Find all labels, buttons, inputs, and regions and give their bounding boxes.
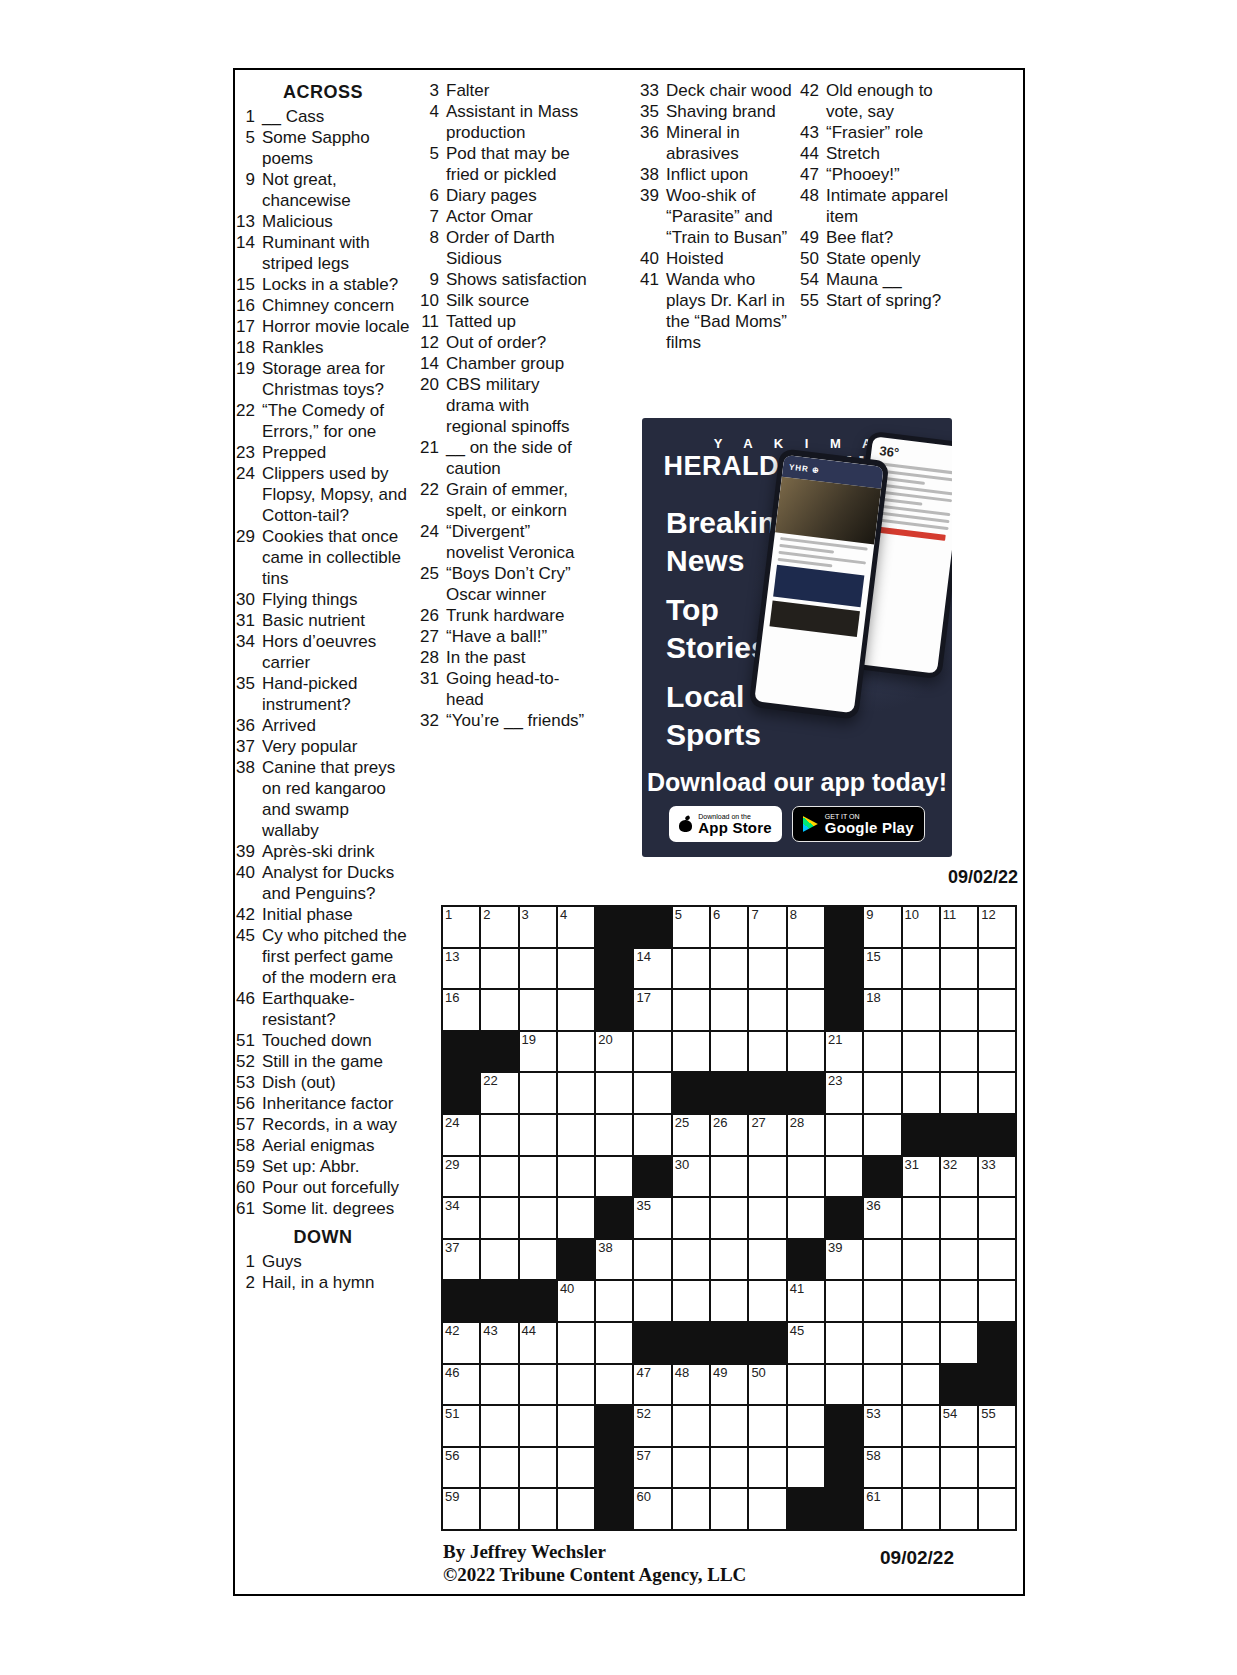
cell-number: 54 [943, 1407, 957, 1420]
grid-cell[interactable] [558, 1448, 594, 1488]
grid-cell[interactable]: 7 [749, 907, 785, 947]
grid-cell[interactable] [903, 1406, 939, 1446]
grid-cell[interactable] [941, 949, 977, 989]
grid-cell[interactable]: 49 [711, 1365, 747, 1405]
grid-cell[interactable] [788, 1198, 824, 1238]
clue-number: 37 [236, 736, 262, 757]
grid-cell[interactable]: 44 [520, 1323, 556, 1363]
grid-cell[interactable] [711, 1198, 747, 1238]
clue-number: 29 [236, 526, 262, 547]
clue-text: Dish (out) [262, 1072, 410, 1093]
google-play-badge[interactable]: GET IT ON Google Play [792, 806, 925, 842]
grid-cell[interactable] [941, 1323, 977, 1363]
cell-number: 10 [905, 908, 919, 921]
clue-number: 22 [236, 400, 262, 421]
grid-cell[interactable] [481, 1157, 517, 1197]
grid-cell[interactable]: 39 [826, 1240, 862, 1280]
grid-cell[interactable]: 33 [979, 1157, 1015, 1197]
clue-text: Still in the game [262, 1051, 410, 1072]
down-clues-col3: 33Deck chair wood35Shaving brand36Minera… [640, 80, 796, 353]
clue-text: Some lit. degrees [262, 1198, 410, 1219]
grid-cell[interactable]: 51 [443, 1406, 479, 1446]
grid-cell[interactable]: 25 [673, 1115, 709, 1155]
clue: 40Analyst for Ducks and Penguins? [236, 862, 410, 904]
grid-cell[interactable] [520, 1073, 556, 1113]
grid-cell[interactable] [788, 949, 824, 989]
grid-cell[interactable] [711, 1448, 747, 1488]
grid-cell[interactable] [941, 1489, 977, 1529]
grid-cell[interactable] [903, 1281, 939, 1321]
grid-cell[interactable]: 26 [711, 1115, 747, 1155]
clue-number: 9 [236, 169, 262, 190]
grid-cell[interactable] [903, 1198, 939, 1238]
grid-cell[interactable] [520, 1489, 556, 1529]
grid-cell[interactable] [481, 990, 517, 1030]
grid-cell[interactable] [520, 1448, 556, 1488]
grid-cell[interactable] [749, 1032, 785, 1072]
clue-text: Rankles [262, 337, 410, 358]
grid-cell[interactable]: 43 [481, 1323, 517, 1363]
puzzle-date-top: 09/02/22 [441, 867, 1018, 888]
grid-cell[interactable]: 56 [443, 1448, 479, 1488]
grid-cell[interactable]: 15 [864, 949, 900, 989]
clue: 2Hail, in a hymn [236, 1272, 410, 1293]
grid-cell[interactable]: 3 [520, 907, 556, 947]
clue-text: CBS military drama with regional spinoff… [446, 374, 592, 437]
grid-cell[interactable] [673, 1281, 709, 1321]
grid-cell[interactable] [979, 1281, 1015, 1321]
grid-cell[interactable]: 16 [443, 990, 479, 1030]
grid-cell[interactable] [864, 1073, 900, 1113]
grid-cell[interactable]: 29 [443, 1157, 479, 1197]
cell-number: 21 [828, 1033, 842, 1046]
clue: 55Start of spring? [800, 290, 966, 311]
clue-text: Tatted up [446, 311, 592, 332]
grid-cell[interactable] [941, 1240, 977, 1280]
newspaper-app-ad: Y A K I M A HERALD-REPUBLIC Breaking New… [642, 418, 952, 857]
clue-number: 25 [420, 563, 446, 584]
clue: 34Hors d’oeuvres carrier [236, 631, 410, 673]
black-cell [749, 1323, 785, 1363]
cell-number: 48 [675, 1366, 689, 1379]
grid-cell[interactable] [673, 1240, 709, 1280]
cell-number: 32 [943, 1158, 957, 1171]
grid-cell[interactable] [941, 1198, 977, 1238]
grid-cell[interactable] [903, 1489, 939, 1529]
grid-cell[interactable] [749, 1489, 785, 1529]
grid-cell[interactable] [749, 1406, 785, 1446]
grid-cell[interactable] [979, 1073, 1015, 1113]
grid-cell[interactable]: 20 [596, 1032, 632, 1072]
grid-cell[interactable] [711, 990, 747, 1030]
black-cell [826, 1489, 862, 1529]
grid-cell[interactable] [481, 1448, 517, 1488]
grid-cell[interactable]: 50 [749, 1365, 785, 1405]
grid-cell[interactable] [481, 1198, 517, 1238]
grid-cell[interactable] [520, 1406, 556, 1446]
grid-cell[interactable]: 13 [443, 949, 479, 989]
grid-cell[interactable] [864, 1365, 900, 1405]
grid-cell[interactable] [788, 1365, 824, 1405]
cell-number: 12 [981, 908, 995, 921]
grid-cell[interactable] [558, 1198, 594, 1238]
grid-cell[interactable]: 9 [864, 907, 900, 947]
clue-text: In the past [446, 647, 592, 668]
clue: 47“Phooey!” [800, 164, 966, 185]
grid-cell[interactable] [903, 1448, 939, 1488]
clue-text: Clippers used by Flopsy, Mopsy, and Cott… [262, 463, 410, 526]
grid-cell[interactable] [520, 1240, 556, 1280]
grid-cell[interactable] [826, 1115, 862, 1155]
grid-cell[interactable]: 60 [634, 1489, 670, 1529]
black-cell [788, 1240, 824, 1280]
grid-cell[interactable] [941, 1032, 977, 1072]
clue-number: 28 [420, 647, 446, 668]
store-badges: Download on the App Store GET IT ON Goog… [642, 806, 952, 842]
clue-text: Set up: Abbr. [262, 1156, 410, 1177]
grid-cell[interactable]: 22 [481, 1073, 517, 1113]
grid-cell[interactable]: 21 [826, 1032, 862, 1072]
clue-text: Diary pages [446, 185, 592, 206]
grid-cell[interactable] [749, 1198, 785, 1238]
grid-cell[interactable] [673, 1406, 709, 1446]
grid-cell[interactable] [979, 1032, 1015, 1072]
clue-number: 8 [420, 227, 446, 248]
grid-cell[interactable] [864, 1115, 900, 1155]
clue: 39Woo-shik of “Parasite” and “Train to B… [640, 185, 796, 248]
grid-cell[interactable]: 42 [443, 1323, 479, 1363]
grid-cell[interactable] [749, 1157, 785, 1197]
grid-cell[interactable] [788, 1157, 824, 1197]
clue-text: Silk source [446, 290, 592, 311]
grid-cell[interactable]: 45 [788, 1323, 824, 1363]
grid-cell[interactable] [941, 990, 977, 1030]
grid-cell[interactable] [634, 1115, 670, 1155]
clue-text: Basic nutrient [262, 610, 410, 631]
clue-number: 24 [236, 463, 262, 484]
grid-cell[interactable]: 4 [558, 907, 594, 947]
grid-cell[interactable]: 8 [788, 907, 824, 947]
clue-number: 24 [420, 521, 446, 542]
cell-number: 35 [636, 1199, 650, 1212]
clue-column-4: 42Old enough to vote, say43“Frasier” rol… [800, 80, 966, 311]
clue: 29Cookies that once came in collectible … [236, 526, 410, 589]
grid-cell[interactable] [520, 990, 556, 1030]
grid-cell[interactable] [558, 1032, 594, 1072]
grid-cell[interactable]: 61 [864, 1489, 900, 1529]
grid-cell[interactable] [558, 1115, 594, 1155]
grid-cell[interactable] [903, 1323, 939, 1363]
cell-number: 15 [866, 950, 880, 963]
black-cell [634, 1323, 670, 1363]
cell-number: 28 [790, 1116, 804, 1129]
grid-cell[interactable] [634, 1281, 670, 1321]
clue-text: Very popular [262, 736, 410, 757]
grid-cell[interactable]: 55 [979, 1406, 1015, 1446]
grid-cell[interactable]: 14 [634, 949, 670, 989]
clue: 61Some lit. degrees [236, 1198, 410, 1219]
grid-cell[interactable] [520, 1115, 556, 1155]
grid-cell[interactable] [596, 1115, 632, 1155]
cell-number: 13 [445, 950, 459, 963]
grid-cell[interactable] [864, 1281, 900, 1321]
news-screen: YHR ⊕ [754, 455, 883, 713]
grid-cell[interactable] [749, 949, 785, 989]
cell-number: 42 [445, 1324, 459, 1337]
grid-cell[interactable] [520, 1198, 556, 1238]
clue-number: 45 [236, 925, 262, 946]
grid-cell[interactable] [903, 1032, 939, 1072]
clue-text: Woo-shik of “Parasite” and “Train to Bus… [666, 185, 796, 248]
grid-cell[interactable] [788, 990, 824, 1030]
black-cell [826, 1406, 862, 1446]
grid-cell[interactable] [979, 1448, 1015, 1488]
grid-cell[interactable] [979, 949, 1015, 989]
grid-cell[interactable] [749, 1281, 785, 1321]
grid-cell[interactable] [558, 949, 594, 989]
grid-cell[interactable] [711, 1281, 747, 1321]
clue-text: Chimney concern [262, 295, 410, 316]
grid-cell[interactable] [481, 1115, 517, 1155]
clue-text: Old enough to vote, say [826, 80, 966, 122]
clue-number: 10 [420, 290, 446, 311]
grid-cell[interactable]: 36 [864, 1198, 900, 1238]
clue: 1Guys [236, 1251, 410, 1272]
clue-number: 14 [236, 232, 262, 253]
grid-cell[interactable]: 46 [443, 1365, 479, 1405]
grid-cell[interactable] [558, 1073, 594, 1113]
cell-number: 49 [713, 1366, 727, 1379]
clue: 11Tatted up [420, 311, 592, 332]
clue-text: __ on the side of caution [446, 437, 592, 479]
grid-cell[interactable]: 12 [979, 907, 1015, 947]
grid-cell[interactable] [596, 1157, 632, 1197]
clue: 15Locks in a stable? [236, 274, 410, 295]
grid-cell[interactable]: 30 [673, 1157, 709, 1197]
grid-cell[interactable] [520, 1365, 556, 1405]
credits: By Jeffrey Wechsler ©2022 Tribune Conten… [443, 1540, 746, 1586]
clue-number: 17 [236, 316, 262, 337]
grid-cell[interactable] [941, 1448, 977, 1488]
grid-cell[interactable]: 59 [443, 1489, 479, 1529]
grid-cell[interactable]: 23 [826, 1073, 862, 1113]
grid-cell[interactable] [711, 1406, 747, 1446]
grid-cell[interactable] [596, 1281, 632, 1321]
black-cell [979, 1115, 1015, 1155]
grid-cell[interactable] [979, 1240, 1015, 1280]
grid-cell[interactable] [481, 1365, 517, 1405]
clue-text: “Divergent” novelist Veronica [446, 521, 592, 563]
cell-number: 60 [636, 1490, 650, 1503]
apple-icon [679, 817, 692, 832]
grid-cell[interactable] [558, 1323, 594, 1363]
grid-cell[interactable]: 40 [558, 1281, 594, 1321]
clue-text: Pod that may be fried or pickled [446, 143, 592, 185]
grid-cell[interactable] [558, 1489, 594, 1529]
clue-number: 20 [420, 374, 446, 395]
grid-cell[interactable] [903, 1240, 939, 1280]
grid-cell[interactable] [634, 1032, 670, 1072]
grid-cell[interactable] [634, 1073, 670, 1113]
grid-cell[interactable] [864, 1323, 900, 1363]
clue-text: Cy who pitched the first perfect game of… [262, 925, 410, 988]
grid-cell[interactable]: 38 [596, 1240, 632, 1280]
grid-cell[interactable]: 52 [634, 1406, 670, 1446]
grid-cell[interactable]: 18 [864, 990, 900, 1030]
grid-cell[interactable] [711, 1240, 747, 1280]
grid-cell[interactable] [673, 1198, 709, 1238]
clue-text: Earthquake-resistant? [262, 988, 410, 1030]
clue-number: 22 [420, 479, 446, 500]
grid-cell[interactable]: 31 [903, 1157, 939, 1197]
app-store-badge[interactable]: Download on the App Store [669, 806, 781, 842]
clue: 20CBS military drama with regional spino… [420, 374, 592, 437]
grid-cell[interactable] [749, 990, 785, 1030]
grid-cell[interactable] [673, 949, 709, 989]
grid-cell[interactable] [711, 949, 747, 989]
grid-cell[interactable]: 2 [481, 907, 517, 947]
black-cell [443, 1073, 479, 1113]
grid-cell[interactable]: 1 [443, 907, 479, 947]
grid-cell[interactable] [788, 1406, 824, 1446]
grid-cell[interactable]: 17 [634, 990, 670, 1030]
grid-cell[interactable] [826, 1157, 862, 1197]
black-cell [481, 1281, 517, 1321]
grid-cell[interactable]: 6 [711, 907, 747, 947]
grid-cell[interactable]: 32 [941, 1157, 977, 1197]
grid-cell[interactable] [520, 949, 556, 989]
cell-number: 38 [598, 1241, 612, 1254]
black-cell [634, 907, 670, 947]
grid-cell[interactable] [979, 990, 1015, 1030]
cell-number: 25 [675, 1116, 689, 1129]
grid-cell[interactable] [673, 1032, 709, 1072]
clue: 1__ Cass [236, 106, 410, 127]
grid-cell[interactable]: 48 [673, 1365, 709, 1405]
grid-cell[interactable]: 47 [634, 1365, 670, 1405]
clue-text: Cookies that once came in collectible ti… [262, 526, 410, 589]
grid-cell[interactable] [788, 1032, 824, 1072]
grid-cell[interactable] [826, 1323, 862, 1363]
grid-cell[interactable] [903, 949, 939, 989]
grid-cell[interactable]: 37 [443, 1240, 479, 1280]
grid-cell[interactable] [596, 1073, 632, 1113]
grid-cell[interactable]: 58 [864, 1448, 900, 1488]
grid-cell[interactable]: 54 [941, 1406, 977, 1446]
clue-number: 21 [420, 437, 446, 458]
grid-cell[interactable] [673, 1489, 709, 1529]
clue-text: Pour out forcefully [262, 1177, 410, 1198]
grid-cell[interactable] [481, 949, 517, 989]
grid-cell[interactable] [596, 1323, 632, 1363]
black-cell [596, 1448, 632, 1488]
black-cell [673, 1323, 709, 1363]
grid-cell[interactable]: 41 [788, 1281, 824, 1321]
clue: 51Touched down [236, 1030, 410, 1051]
grid-cell[interactable] [826, 1281, 862, 1321]
grid-cell[interactable] [903, 1073, 939, 1113]
cell-number: 41 [790, 1282, 804, 1295]
clue-text: “Have a ball!” [446, 626, 592, 647]
grid-cell[interactable] [749, 1240, 785, 1280]
grid-cell[interactable] [903, 990, 939, 1030]
clue: 14Chamber group [420, 353, 592, 374]
clue: 46Earthquake-resistant? [236, 988, 410, 1030]
clue-text: Going head-to-head [446, 668, 592, 710]
grid-cell[interactable] [788, 1448, 824, 1488]
clue: 10Silk source [420, 290, 592, 311]
grid-cell[interactable]: 24 [443, 1115, 479, 1155]
grid-cell[interactable]: 34 [443, 1198, 479, 1238]
grid-cell[interactable] [673, 990, 709, 1030]
grid-cell[interactable] [711, 1032, 747, 1072]
down-clues-col2: 3Falter4Assistant in Mass production5Pod… [420, 80, 592, 731]
clue-number: 42 [236, 904, 262, 925]
grid-cell[interactable] [558, 1157, 594, 1197]
clue-text: Actor Omar [446, 206, 592, 227]
clue: 14Ruminant with striped legs [236, 232, 410, 274]
grid-cell[interactable] [864, 1032, 900, 1072]
clue-number: 48 [800, 185, 826, 206]
cell-number: 40 [560, 1282, 574, 1295]
grid-cell[interactable] [558, 1365, 594, 1405]
grid-cell[interactable]: 19 [520, 1032, 556, 1072]
crossword-grid: 1234567891011121314151617181920212223242… [441, 905, 1017, 1531]
grid-cell[interactable]: 5 [673, 907, 709, 947]
grid-cell[interactable]: 11 [941, 907, 977, 947]
clue-number: 40 [640, 248, 666, 269]
grid-cell[interactable] [558, 1406, 594, 1446]
grid-cell[interactable] [749, 1448, 785, 1488]
grid-cell[interactable] [979, 1489, 1015, 1529]
cell-number: 44 [522, 1324, 536, 1337]
clue-text: Horror movie locale [262, 316, 410, 337]
cell-number: 33 [981, 1158, 995, 1171]
grid-cell[interactable] [481, 1240, 517, 1280]
grid-cell[interactable]: 35 [634, 1198, 670, 1238]
grid-cell[interactable] [941, 1281, 977, 1321]
clue-column-3: 33Deck chair wood35Shaving brand36Minera… [640, 80, 796, 353]
grid-cell[interactable] [520, 1157, 556, 1197]
clue-number: 19 [236, 358, 262, 379]
grid-cell[interactable]: 10 [903, 907, 939, 947]
cell-number: 8 [790, 908, 797, 921]
grid-cell[interactable] [979, 1198, 1015, 1238]
grid-cell[interactable] [481, 1489, 517, 1529]
grid-cell[interactable] [903, 1365, 939, 1405]
grid-cell[interactable]: 57 [634, 1448, 670, 1488]
grid-cell[interactable] [634, 1240, 670, 1280]
clue: 19Storage area for Christmas toys? [236, 358, 410, 400]
clue-number: 38 [236, 757, 262, 778]
cell-number: 22 [483, 1074, 497, 1087]
grid-cell[interactable] [596, 1365, 632, 1405]
grid-cell[interactable] [826, 1365, 862, 1405]
grid-cell[interactable] [941, 1073, 977, 1113]
grid-cell[interactable]: 27 [749, 1115, 785, 1155]
grid-cell[interactable] [711, 1489, 747, 1529]
grid-cell[interactable]: 28 [788, 1115, 824, 1155]
clue-text: “Boys Don’t Cry” Oscar winner [446, 563, 592, 605]
grid-cell[interactable]: 53 [864, 1406, 900, 1446]
grid-cell[interactable] [711, 1157, 747, 1197]
clue: 48Intimate apparel item [800, 185, 966, 227]
grid-cell[interactable] [481, 1406, 517, 1446]
clue-number: 30 [236, 589, 262, 610]
grid-cell[interactable] [864, 1240, 900, 1280]
grid-cell[interactable] [558, 990, 594, 1030]
grid-cell[interactable] [673, 1448, 709, 1488]
